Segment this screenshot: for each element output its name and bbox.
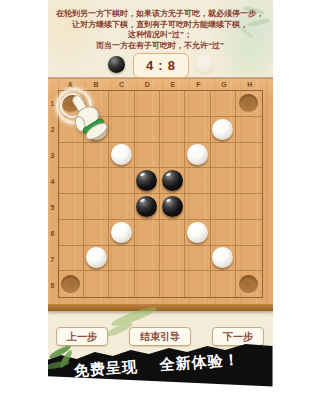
tutorial-line: 在轮到另一方下棋时，如果该方无子可吃，就必须停一步， [48,9,273,20]
cell-C2[interactable] [109,117,134,143]
white-stone [187,222,208,243]
board-hole [239,94,258,113]
cell-B3[interactable] [84,143,109,169]
cell-H5[interactable] [236,194,261,220]
pointing-hand-icon [64,91,110,141]
cell-D8[interactable] [135,271,160,297]
cell-D3[interactable] [135,143,160,169]
cell-H8[interactable] [236,271,261,297]
black-stone [162,170,183,191]
col-label-A: A [58,80,84,89]
cell-G4[interactable] [211,168,236,194]
cell-C6[interactable] [109,220,134,246]
cell-D6[interactable] [135,220,160,246]
cell-B4[interactable] [84,168,109,194]
tutorial-text: 在轮到另一方下棋时，如果该方无子可吃，就必须停一步， 让对方继续下棋，直到有子可… [48,9,273,51]
cell-F6[interactable] [185,220,210,246]
cell-A8[interactable] [59,271,84,297]
col-label-D: D [134,80,160,89]
col-label-F: F [186,80,212,89]
score-separator: : [158,58,162,73]
next-step-button[interactable]: 下一步 [212,327,264,346]
cell-F8[interactable] [185,271,210,297]
row-labels: 12345678 [48,90,58,298]
cell-F7[interactable] [185,246,210,272]
cell-D7[interactable] [135,246,160,272]
tutorial-controls: 上一步 结束引导 下一步 [48,327,273,346]
cell-E7[interactable] [160,246,185,272]
cell-H7[interactable] [236,246,261,272]
cell-F1[interactable] [185,91,210,117]
cell-D2[interactable] [135,117,160,143]
white-stone [187,144,208,165]
hand-cursor [64,91,110,141]
col-label-G: G [211,80,237,89]
cell-D5[interactable] [135,194,160,220]
cell-E1[interactable] [160,91,185,117]
board-hole [239,275,258,294]
cell-G3[interactable] [211,143,236,169]
col-label-E: E [160,80,186,89]
col-label-B: B [83,80,109,89]
cell-H1[interactable] [236,91,261,117]
cell-G1[interactable] [211,91,236,117]
row-label-4: 4 [48,168,58,194]
cell-A3[interactable] [59,143,84,169]
row-label-3: 3 [48,142,58,168]
cell-D4[interactable] [135,168,160,194]
cell-C5[interactable] [109,194,134,220]
cell-A5[interactable] [59,194,84,220]
prev-step-button[interactable]: 上一步 [56,327,108,346]
white-turn-indicator [196,56,213,73]
cell-B6[interactable] [84,220,109,246]
black-stone [162,196,183,217]
cell-A4[interactable] [59,168,84,194]
black-stone [136,196,157,217]
cell-B8[interactable] [84,271,109,297]
white-stone [212,119,233,140]
cell-G2[interactable] [211,117,236,143]
cell-B5[interactable] [84,194,109,220]
cell-G5[interactable] [211,194,236,220]
cell-E2[interactable] [160,117,185,143]
cell-E6[interactable] [160,220,185,246]
end-guide-button[interactable]: 结束引导 [129,327,191,346]
cell-A6[interactable] [59,220,84,246]
cell-C7[interactable] [109,246,134,272]
black-stone [136,170,157,191]
tutorial-line: 让对方继续下棋，直到有子可吃时方能继续下棋， [48,20,273,31]
row-label-5: 5 [48,194,58,220]
cell-G7[interactable] [211,246,236,272]
cell-D1[interactable] [135,91,160,117]
column-labels: ABCDEFGH [58,80,263,89]
cell-C1[interactable] [109,91,134,117]
cell-E3[interactable] [160,143,185,169]
white-stone [86,247,107,268]
board-hole [61,275,80,294]
cell-E4[interactable] [160,168,185,194]
white-stone [111,222,132,243]
cell-E8[interactable] [160,271,185,297]
ad-banner-text: 免费呈现 全新体验！ [73,347,273,381]
bottom-white-strip [48,392,273,400]
cell-H3[interactable] [236,143,261,169]
row-label-1: 1 [48,90,58,116]
row-label-8: 8 [48,272,58,298]
col-label-H: H [237,80,263,89]
cell-F4[interactable] [185,168,210,194]
white-score: 8 [168,58,175,73]
cell-C3[interactable] [109,143,134,169]
cell-G6[interactable] [211,220,236,246]
cell-G8[interactable] [211,271,236,297]
col-label-C: C [109,80,135,89]
row-label-6: 6 [48,220,58,246]
black-score: 4 [146,58,153,73]
cell-H6[interactable] [236,220,261,246]
cell-H2[interactable] [236,117,261,143]
app-screen: 在轮到另一方下棋时，如果该方无子可吃，就必须停一步， 让对方继续下棋，直到有子可… [48,0,273,400]
white-stone [111,144,132,165]
tutorial-line: 这种情况叫“过”； [48,30,273,41]
cell-H4[interactable] [236,168,261,194]
cell-E5[interactable] [160,194,185,220]
score-bar: 4 : 8 [48,50,273,78]
cell-C8[interactable] [109,271,134,297]
cell-C4[interactable] [109,168,134,194]
white-stone [212,247,233,268]
score-display: 4 : 8 [133,53,189,78]
cell-F3[interactable] [185,143,210,169]
cell-F5[interactable] [185,194,210,220]
cell-F2[interactable] [185,117,210,143]
row-label-2: 2 [48,116,58,142]
cell-A7[interactable] [59,246,84,272]
black-turn-indicator [108,56,125,73]
cell-B7[interactable] [84,246,109,272]
row-label-7: 7 [48,246,58,272]
